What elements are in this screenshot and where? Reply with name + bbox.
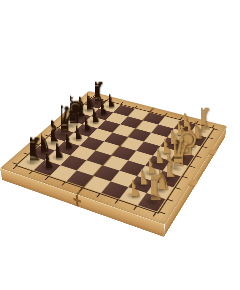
product-photo: ♜♟♟♜♞♟♟♞♝♟♟♝♚♟♟♚♛♟♟♛♝♟♟♝♞♟♟♞♜♟♟♜	[0, 0, 240, 290]
chessboard: ♜♟♟♜♞♟♟♞♝♟♟♝♚♟♟♚♛♟♟♛♝♟♟♝♞♟♟♞♜♟♟♜	[0, 91, 227, 225]
chess-scene: ♜♟♟♜♞♟♟♞♝♟♟♝♚♟♟♚♛♟♟♛♝♟♟♝♞♟♟♞♜♟♟♜	[36, 62, 204, 230]
